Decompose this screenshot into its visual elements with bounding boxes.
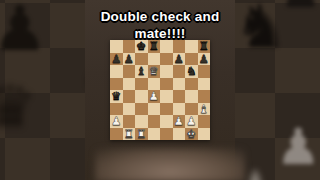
black-pawn: ♟	[199, 52, 209, 65]
square-b1[interactable]: ♜	[123, 128, 136, 141]
white-pawn: ♟	[111, 115, 121, 128]
square-c3[interactable]	[135, 103, 148, 116]
square-a2[interactable]: ♟	[110, 115, 123, 128]
square-e3[interactable]	[160, 103, 173, 116]
square-c5[interactable]	[135, 78, 148, 91]
square-a6[interactable]	[110, 65, 123, 78]
square-f4[interactable]	[173, 90, 186, 103]
black-pawn: ♟	[124, 52, 134, 65]
video-title: Double check and mate!!!!	[70, 8, 250, 42]
square-b7[interactable]: ♟	[123, 53, 136, 66]
black-bishop: ♝	[136, 65, 146, 78]
white-queen: ♛	[149, 65, 159, 78]
square-h3[interactable]: ♝	[198, 103, 211, 116]
square-c6[interactable]: ♝	[135, 65, 148, 78]
square-h1[interactable]	[198, 128, 211, 141]
square-b4[interactable]	[123, 90, 136, 103]
white-bishop: ♝	[199, 102, 209, 115]
black-pawn: ♟	[174, 52, 184, 65]
square-e6[interactable]	[160, 65, 173, 78]
black-knight: ♞	[186, 65, 196, 78]
white-rook: ♜	[136, 127, 146, 140]
white-pawn: ♟	[149, 90, 159, 103]
square-d3[interactable]	[148, 103, 161, 116]
square-e4[interactable]	[160, 90, 173, 103]
black-pawn: ♟	[111, 52, 121, 65]
square-g1[interactable]: ♚	[185, 128, 198, 141]
square-f6[interactable]	[173, 65, 186, 78]
black-queen: ♛	[111, 90, 121, 103]
square-d4[interactable]: ♟	[148, 90, 161, 103]
square-d6[interactable]: ♛	[148, 65, 161, 78]
square-f5[interactable]	[173, 78, 186, 91]
square-e7[interactable]	[160, 53, 173, 66]
square-b6[interactable]	[123, 65, 136, 78]
square-c4[interactable]	[135, 90, 148, 103]
square-e2[interactable]	[160, 115, 173, 128]
square-e5[interactable]	[160, 78, 173, 91]
square-c1[interactable]: ♜	[135, 128, 148, 141]
chess-board: ♚♜♜♟♟♟♟♝♛♞♛♟♝♟♟♟♜♜♚	[110, 40, 210, 140]
square-d2[interactable]	[148, 115, 161, 128]
square-h7[interactable]: ♟	[198, 53, 211, 66]
title-line-1: Double check and	[70, 8, 250, 25]
square-g6[interactable]: ♞	[185, 65, 198, 78]
square-b5[interactable]	[123, 78, 136, 91]
bottom-blur-highlight	[95, 148, 245, 180]
square-e1[interactable]	[160, 128, 173, 141]
square-h6[interactable]	[198, 65, 211, 78]
square-g5[interactable]	[185, 78, 198, 91]
white-king: ♚	[186, 127, 196, 140]
square-f2[interactable]: ♟	[173, 115, 186, 128]
title-line-2: mate!!!!	[70, 25, 250, 42]
white-rook: ♜	[124, 127, 134, 140]
square-f1[interactable]	[173, 128, 186, 141]
video-frame[interactable]: ♟♟♛♞♟♟♟ ♚♜♜♟♟♟♟♝♛♞♛♟♝♟♟♟♜♜♚ Double check…	[0, 0, 320, 180]
square-g4[interactable]	[185, 90, 198, 103]
square-a4[interactable]: ♛	[110, 90, 123, 103]
square-a1[interactable]	[110, 128, 123, 141]
white-pawn: ♟	[174, 115, 184, 128]
square-h2[interactable]	[198, 115, 211, 128]
square-b3[interactable]	[123, 103, 136, 116]
square-h5[interactable]	[198, 78, 211, 91]
square-f7[interactable]: ♟	[173, 53, 186, 66]
square-a7[interactable]: ♟	[110, 53, 123, 66]
square-d1[interactable]	[148, 128, 161, 141]
